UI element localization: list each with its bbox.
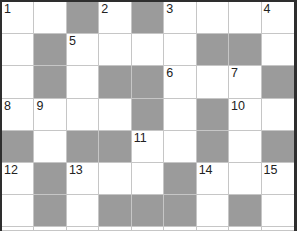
cell-r3c6[interactable]: 6	[164, 66, 196, 98]
cell-r3c4-block	[99, 66, 131, 98]
cell-r7c1[interactable]	[2, 195, 34, 227]
cell-r3c1[interactable]	[2, 66, 34, 98]
crossword-grid: 123456789101112131415	[2, 2, 294, 231]
cell-r6c7[interactable]: 14	[197, 163, 229, 195]
cell-r8c9-partial	[262, 227, 294, 231]
cell-r5c7-block	[197, 131, 229, 163]
cell-r2c1[interactable]	[2, 34, 34, 66]
cell-r6c2-block	[34, 163, 66, 195]
cell-r8c1-partial	[2, 227, 34, 231]
cell-r8c4-partial	[99, 227, 131, 231]
cell-r6c9[interactable]: 15	[262, 163, 294, 195]
cell-r5c5[interactable]: 11	[132, 131, 164, 163]
cell-r6c4[interactable]	[99, 163, 131, 195]
cell-r5c9-block	[262, 131, 294, 163]
cell-r4c2[interactable]: 9	[34, 99, 66, 131]
cell-r5c1-block	[2, 131, 34, 163]
cell-r7c5-block	[132, 195, 164, 227]
cell-r8c8-partial	[229, 227, 261, 231]
cell-r7c4-block	[99, 195, 131, 227]
clue-number-12: 12	[4, 164, 18, 177]
cell-r8c3-partial	[67, 227, 99, 231]
cell-r2c4[interactable]	[99, 34, 131, 66]
cell-r4c9[interactable]	[262, 99, 294, 131]
cell-r4c4[interactable]	[99, 99, 131, 131]
crossword-screenshot-root: 123456789101112131415	[0, 0, 300, 231]
clue-number-6: 6	[166, 67, 173, 80]
cell-r8c6-partial	[164, 227, 196, 231]
clue-number-15: 15	[264, 164, 278, 177]
cell-r1c3-block	[67, 2, 99, 34]
cell-r3c2-block	[34, 66, 66, 98]
cell-r6c3[interactable]: 13	[67, 163, 99, 195]
cell-r4c8[interactable]: 10	[229, 99, 261, 131]
clue-number-1: 1	[4, 3, 11, 16]
cell-r4c5-block	[132, 99, 164, 131]
cell-r1c8[interactable]	[229, 2, 261, 34]
cell-r3c3[interactable]	[67, 66, 99, 98]
cell-r1c5-block	[132, 2, 164, 34]
clue-number-9: 9	[36, 100, 43, 113]
cell-r5c6[interactable]	[164, 131, 196, 163]
cell-r5c4-block	[99, 131, 131, 163]
cell-r6c6-block	[164, 163, 196, 195]
cell-r2c2-block	[34, 34, 66, 66]
cell-r1c9[interactable]: 4	[262, 2, 294, 34]
clue-number-13: 13	[69, 164, 83, 177]
cell-r2c6[interactable]	[164, 34, 196, 66]
cell-r2c8-block	[229, 34, 261, 66]
cell-r8c5-partial	[132, 227, 164, 231]
cell-r7c2-block	[34, 195, 66, 227]
cell-r7c6-block	[164, 195, 196, 227]
cell-r5c3-block	[67, 131, 99, 163]
cell-r1c6[interactable]: 3	[164, 2, 196, 34]
cell-r4c7-block	[197, 99, 229, 131]
clue-number-3: 3	[166, 3, 173, 16]
clue-number-14: 14	[199, 164, 213, 177]
cell-r4c1[interactable]: 8	[2, 99, 34, 131]
cell-r5c8[interactable]	[229, 131, 261, 163]
clue-number-4: 4	[264, 3, 271, 16]
cell-r3c5-block	[132, 66, 164, 98]
cell-r8c2-partial	[34, 227, 66, 231]
cell-r1c2[interactable]	[34, 2, 66, 34]
cell-r7c8-block	[229, 195, 261, 227]
cell-r7c3[interactable]	[67, 195, 99, 227]
clue-number-7: 7	[231, 67, 238, 80]
cell-r6c8[interactable]	[229, 163, 261, 195]
cell-r2c3[interactable]: 5	[67, 34, 99, 66]
cell-r2c5[interactable]	[132, 34, 164, 66]
cell-r1c1[interactable]: 1	[2, 2, 34, 34]
cell-r6c1[interactable]: 12	[2, 163, 34, 195]
clue-number-10: 10	[231, 100, 245, 113]
cell-r1c7[interactable]	[197, 2, 229, 34]
clue-number-2: 2	[101, 3, 108, 16]
cell-r8c7-partial	[197, 227, 229, 231]
cell-r4c6[interactable]	[164, 99, 196, 131]
clue-number-11: 11	[134, 132, 147, 145]
cell-r1c4[interactable]: 2	[99, 2, 131, 34]
cell-r3c9-block	[262, 66, 294, 98]
cell-r3c8[interactable]: 7	[229, 66, 261, 98]
cell-r7c7[interactable]	[197, 195, 229, 227]
clue-number-5: 5	[69, 35, 76, 48]
clue-number-8: 8	[4, 100, 11, 113]
crossword-board: 123456789101112131415	[0, 0, 297, 231]
cell-r5c2[interactable]	[34, 131, 66, 163]
cell-r2c7-block	[197, 34, 229, 66]
cell-r2c9[interactable]	[262, 34, 294, 66]
cell-r7c9[interactable]	[262, 195, 294, 227]
cell-r3c7[interactable]	[197, 66, 229, 98]
cell-r6c5[interactable]	[132, 163, 164, 195]
cell-r4c3[interactable]	[67, 99, 99, 131]
